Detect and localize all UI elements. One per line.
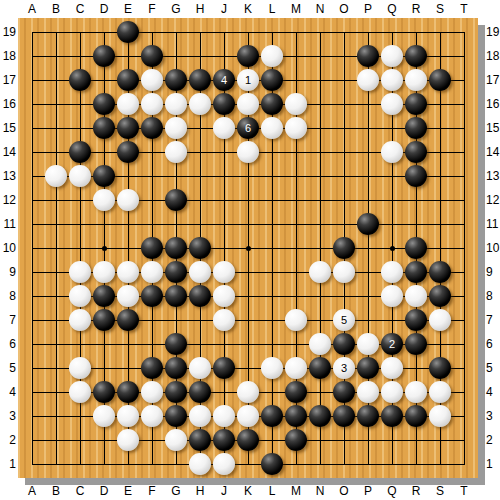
intersection-T15[interactable] xyxy=(452,116,476,140)
intersection-F9[interactable] xyxy=(140,260,164,284)
intersection-M2[interactable] xyxy=(284,428,308,452)
intersection-B14[interactable] xyxy=(44,140,68,164)
intersection-O6[interactable] xyxy=(332,332,356,356)
intersection-N14[interactable] xyxy=(308,140,332,164)
intersection-K15[interactable]: 6 xyxy=(236,116,260,140)
intersection-P3[interactable] xyxy=(356,404,380,428)
intersection-B3[interactable] xyxy=(44,404,68,428)
intersection-J19[interactable] xyxy=(212,20,236,44)
intersection-T12[interactable] xyxy=(452,188,476,212)
intersection-N4[interactable] xyxy=(308,380,332,404)
intersection-N8[interactable] xyxy=(308,284,332,308)
intersection-H8[interactable] xyxy=(188,284,212,308)
intersection-N3[interactable] xyxy=(308,404,332,428)
intersection-S10[interactable] xyxy=(428,236,452,260)
intersection-F10[interactable] xyxy=(140,236,164,260)
intersection-K18[interactable] xyxy=(236,44,260,68)
intersection-Q12[interactable] xyxy=(380,188,404,212)
intersection-A10[interactable] xyxy=(20,236,44,260)
intersection-Q3[interactable] xyxy=(380,404,404,428)
intersection-E8[interactable] xyxy=(116,284,140,308)
intersection-P5[interactable] xyxy=(356,356,380,380)
intersection-H10[interactable] xyxy=(188,236,212,260)
intersection-Q10[interactable] xyxy=(380,236,404,260)
intersection-E1[interactable] xyxy=(116,452,140,476)
intersection-P7[interactable] xyxy=(356,308,380,332)
intersection-A11[interactable] xyxy=(20,212,44,236)
intersection-O16[interactable] xyxy=(332,92,356,116)
intersection-T9[interactable] xyxy=(452,260,476,284)
intersection-D19[interactable] xyxy=(92,20,116,44)
intersection-D8[interactable] xyxy=(92,284,116,308)
intersection-J9[interactable] xyxy=(212,260,236,284)
intersection-T6[interactable] xyxy=(452,332,476,356)
intersection-Q13[interactable] xyxy=(380,164,404,188)
intersection-J16[interactable] xyxy=(212,92,236,116)
intersection-C17[interactable] xyxy=(68,68,92,92)
intersection-L1[interactable] xyxy=(260,452,284,476)
intersection-C2[interactable] xyxy=(68,428,92,452)
intersection-N7[interactable] xyxy=(308,308,332,332)
intersection-O1[interactable] xyxy=(332,452,356,476)
intersection-G12[interactable] xyxy=(164,188,188,212)
intersection-O4[interactable] xyxy=(332,380,356,404)
intersection-J12[interactable] xyxy=(212,188,236,212)
intersection-L4[interactable] xyxy=(260,380,284,404)
intersection-N19[interactable] xyxy=(308,20,332,44)
intersection-M17[interactable] xyxy=(284,68,308,92)
intersection-R12[interactable] xyxy=(404,188,428,212)
intersection-H4[interactable] xyxy=(188,380,212,404)
intersection-R13[interactable] xyxy=(404,164,428,188)
intersection-L7[interactable] xyxy=(260,308,284,332)
intersection-O13[interactable] xyxy=(332,164,356,188)
intersection-O10[interactable] xyxy=(332,236,356,260)
intersection-F8[interactable] xyxy=(140,284,164,308)
intersection-E9[interactable] xyxy=(116,260,140,284)
intersection-E7[interactable] xyxy=(116,308,140,332)
intersection-F17[interactable] xyxy=(140,68,164,92)
intersection-H14[interactable] xyxy=(188,140,212,164)
intersection-R11[interactable] xyxy=(404,212,428,236)
intersection-T16[interactable] xyxy=(452,92,476,116)
intersection-E18[interactable] xyxy=(116,44,140,68)
intersection-A12[interactable] xyxy=(20,188,44,212)
intersection-J17[interactable]: 4 xyxy=(212,68,236,92)
intersection-N16[interactable] xyxy=(308,92,332,116)
intersection-F5[interactable] xyxy=(140,356,164,380)
intersection-C16[interactable] xyxy=(68,92,92,116)
intersection-O17[interactable] xyxy=(332,68,356,92)
intersection-T4[interactable] xyxy=(452,380,476,404)
intersection-D16[interactable] xyxy=(92,92,116,116)
intersection-G8[interactable] xyxy=(164,284,188,308)
intersection-S3[interactable] xyxy=(428,404,452,428)
intersection-Q18[interactable] xyxy=(380,44,404,68)
intersection-C8[interactable] xyxy=(68,284,92,308)
intersection-G3[interactable] xyxy=(164,404,188,428)
intersection-F1[interactable] xyxy=(140,452,164,476)
intersection-R2[interactable] xyxy=(404,428,428,452)
intersection-M14[interactable] xyxy=(284,140,308,164)
intersection-D1[interactable] xyxy=(92,452,116,476)
intersection-D15[interactable] xyxy=(92,116,116,140)
intersection-R16[interactable] xyxy=(404,92,428,116)
intersection-Q4[interactable] xyxy=(380,380,404,404)
intersection-T3[interactable] xyxy=(452,404,476,428)
intersection-Q8[interactable] xyxy=(380,284,404,308)
intersection-G19[interactable] xyxy=(164,20,188,44)
intersection-D11[interactable] xyxy=(92,212,116,236)
intersection-P15[interactable] xyxy=(356,116,380,140)
intersection-P8[interactable] xyxy=(356,284,380,308)
intersection-E14[interactable] xyxy=(116,140,140,164)
intersection-N17[interactable] xyxy=(308,68,332,92)
intersection-D18[interactable] xyxy=(92,44,116,68)
intersection-E15[interactable] xyxy=(116,116,140,140)
intersection-L10[interactable] xyxy=(260,236,284,260)
intersection-S11[interactable] xyxy=(428,212,452,236)
intersection-S18[interactable] xyxy=(428,44,452,68)
intersection-H7[interactable] xyxy=(188,308,212,332)
intersection-M13[interactable] xyxy=(284,164,308,188)
intersection-J10[interactable] xyxy=(212,236,236,260)
intersection-S17[interactable] xyxy=(428,68,452,92)
intersection-R15[interactable] xyxy=(404,116,428,140)
intersection-L15[interactable] xyxy=(260,116,284,140)
intersection-G1[interactable] xyxy=(164,452,188,476)
intersection-P11[interactable] xyxy=(356,212,380,236)
intersection-P13[interactable] xyxy=(356,164,380,188)
intersection-Q1[interactable] xyxy=(380,452,404,476)
intersection-S1[interactable] xyxy=(428,452,452,476)
intersection-R1[interactable] xyxy=(404,452,428,476)
intersection-Q16[interactable] xyxy=(380,92,404,116)
intersection-M6[interactable] xyxy=(284,332,308,356)
intersection-K3[interactable] xyxy=(236,404,260,428)
intersection-R19[interactable] xyxy=(404,20,428,44)
intersection-K17[interactable]: 1 xyxy=(236,68,260,92)
intersection-D6[interactable] xyxy=(92,332,116,356)
intersection-S14[interactable] xyxy=(428,140,452,164)
intersection-A9[interactable] xyxy=(20,260,44,284)
intersection-H15[interactable] xyxy=(188,116,212,140)
intersection-O5[interactable]: 3 xyxy=(332,356,356,380)
intersection-E17[interactable] xyxy=(116,68,140,92)
intersection-C6[interactable] xyxy=(68,332,92,356)
intersection-Q11[interactable] xyxy=(380,212,404,236)
intersection-O11[interactable] xyxy=(332,212,356,236)
intersection-G17[interactable] xyxy=(164,68,188,92)
intersection-K7[interactable] xyxy=(236,308,260,332)
intersection-F19[interactable] xyxy=(140,20,164,44)
intersection-E10[interactable] xyxy=(116,236,140,260)
intersection-P16[interactable] xyxy=(356,92,380,116)
intersection-A19[interactable] xyxy=(20,20,44,44)
intersection-G7[interactable] xyxy=(164,308,188,332)
intersection-J6[interactable] xyxy=(212,332,236,356)
intersection-M5[interactable] xyxy=(284,356,308,380)
intersection-A2[interactable] xyxy=(20,428,44,452)
intersection-R10[interactable] xyxy=(404,236,428,260)
intersection-A14[interactable] xyxy=(20,140,44,164)
intersection-D14[interactable] xyxy=(92,140,116,164)
intersection-P4[interactable] xyxy=(356,380,380,404)
intersection-M7[interactable] xyxy=(284,308,308,332)
intersection-F11[interactable] xyxy=(140,212,164,236)
intersection-O15[interactable] xyxy=(332,116,356,140)
intersection-Q7[interactable] xyxy=(380,308,404,332)
intersection-B17[interactable] xyxy=(44,68,68,92)
intersection-B2[interactable] xyxy=(44,428,68,452)
intersection-C11[interactable] xyxy=(68,212,92,236)
intersection-J1[interactable] xyxy=(212,452,236,476)
intersection-T10[interactable] xyxy=(452,236,476,260)
intersection-R8[interactable] xyxy=(404,284,428,308)
intersection-E6[interactable] xyxy=(116,332,140,356)
intersection-C13[interactable] xyxy=(68,164,92,188)
intersection-O7[interactable]: 5 xyxy=(332,308,356,332)
intersection-J8[interactable] xyxy=(212,284,236,308)
intersection-C18[interactable] xyxy=(68,44,92,68)
intersection-G10[interactable] xyxy=(164,236,188,260)
intersection-J4[interactable] xyxy=(212,380,236,404)
intersection-L18[interactable] xyxy=(260,44,284,68)
intersection-K9[interactable] xyxy=(236,260,260,284)
intersection-E12[interactable] xyxy=(116,188,140,212)
intersection-L6[interactable] xyxy=(260,332,284,356)
intersection-P12[interactable] xyxy=(356,188,380,212)
intersection-O18[interactable] xyxy=(332,44,356,68)
intersection-M1[interactable] xyxy=(284,452,308,476)
intersection-E11[interactable] xyxy=(116,212,140,236)
intersection-F15[interactable] xyxy=(140,116,164,140)
intersection-S5[interactable] xyxy=(428,356,452,380)
intersection-J18[interactable] xyxy=(212,44,236,68)
intersection-H16[interactable] xyxy=(188,92,212,116)
intersection-A17[interactable] xyxy=(20,68,44,92)
intersection-D4[interactable] xyxy=(92,380,116,404)
intersection-M3[interactable] xyxy=(284,404,308,428)
intersection-B15[interactable] xyxy=(44,116,68,140)
intersection-O19[interactable] xyxy=(332,20,356,44)
intersection-J11[interactable] xyxy=(212,212,236,236)
intersection-C3[interactable] xyxy=(68,404,92,428)
intersection-N5[interactable] xyxy=(308,356,332,380)
intersection-J15[interactable] xyxy=(212,116,236,140)
intersection-L13[interactable] xyxy=(260,164,284,188)
intersection-O3[interactable] xyxy=(332,404,356,428)
intersection-E2[interactable] xyxy=(116,428,140,452)
intersection-J3[interactable] xyxy=(212,404,236,428)
intersection-P10[interactable] xyxy=(356,236,380,260)
intersection-E4[interactable] xyxy=(116,380,140,404)
intersection-A8[interactable] xyxy=(20,284,44,308)
intersection-B8[interactable] xyxy=(44,284,68,308)
intersection-E5[interactable] xyxy=(116,356,140,380)
intersection-C15[interactable] xyxy=(68,116,92,140)
intersection-G2[interactable] xyxy=(164,428,188,452)
intersection-T14[interactable] xyxy=(452,140,476,164)
intersection-N11[interactable] xyxy=(308,212,332,236)
intersection-S13[interactable] xyxy=(428,164,452,188)
intersection-G6[interactable] xyxy=(164,332,188,356)
intersection-F6[interactable] xyxy=(140,332,164,356)
intersection-S12[interactable] xyxy=(428,188,452,212)
intersection-H1[interactable] xyxy=(188,452,212,476)
intersection-P6[interactable] xyxy=(356,332,380,356)
intersection-D7[interactable] xyxy=(92,308,116,332)
intersection-S2[interactable] xyxy=(428,428,452,452)
intersection-Q2[interactable] xyxy=(380,428,404,452)
intersection-O14[interactable] xyxy=(332,140,356,164)
intersection-B11[interactable] xyxy=(44,212,68,236)
intersection-Q6[interactable]: 2 xyxy=(380,332,404,356)
intersection-S15[interactable] xyxy=(428,116,452,140)
intersection-J7[interactable] xyxy=(212,308,236,332)
intersection-H13[interactable] xyxy=(188,164,212,188)
intersection-H3[interactable] xyxy=(188,404,212,428)
intersection-G14[interactable] xyxy=(164,140,188,164)
intersection-S7[interactable] xyxy=(428,308,452,332)
intersection-M16[interactable] xyxy=(284,92,308,116)
intersection-G15[interactable] xyxy=(164,116,188,140)
intersection-T5[interactable] xyxy=(452,356,476,380)
intersection-P9[interactable] xyxy=(356,260,380,284)
intersection-Q15[interactable] xyxy=(380,116,404,140)
intersection-D13[interactable] xyxy=(92,164,116,188)
intersection-K19[interactable] xyxy=(236,20,260,44)
intersection-H18[interactable] xyxy=(188,44,212,68)
intersection-G13[interactable] xyxy=(164,164,188,188)
intersection-C1[interactable] xyxy=(68,452,92,476)
intersection-L2[interactable] xyxy=(260,428,284,452)
intersection-C12[interactable] xyxy=(68,188,92,212)
intersection-T8[interactable] xyxy=(452,284,476,308)
intersection-K2[interactable] xyxy=(236,428,260,452)
intersection-L9[interactable] xyxy=(260,260,284,284)
intersection-N15[interactable] xyxy=(308,116,332,140)
intersection-B7[interactable] xyxy=(44,308,68,332)
intersection-R18[interactable] xyxy=(404,44,428,68)
intersection-B19[interactable] xyxy=(44,20,68,44)
intersection-G4[interactable] xyxy=(164,380,188,404)
intersection-F4[interactable] xyxy=(140,380,164,404)
intersection-F16[interactable] xyxy=(140,92,164,116)
intersection-C9[interactable] xyxy=(68,260,92,284)
intersection-K14[interactable] xyxy=(236,140,260,164)
intersection-K5[interactable] xyxy=(236,356,260,380)
intersection-Q17[interactable] xyxy=(380,68,404,92)
intersection-A5[interactable] xyxy=(20,356,44,380)
intersection-O2[interactable] xyxy=(332,428,356,452)
intersection-P2[interactable] xyxy=(356,428,380,452)
intersection-N2[interactable] xyxy=(308,428,332,452)
intersection-A3[interactable] xyxy=(20,404,44,428)
intersection-S9[interactable] xyxy=(428,260,452,284)
intersection-C10[interactable] xyxy=(68,236,92,260)
intersection-B10[interactable] xyxy=(44,236,68,260)
intersection-T17[interactable] xyxy=(452,68,476,92)
intersection-M4[interactable] xyxy=(284,380,308,404)
intersection-E13[interactable] xyxy=(116,164,140,188)
intersection-S4[interactable] xyxy=(428,380,452,404)
intersection-P19[interactable] xyxy=(356,20,380,44)
intersection-N10[interactable] xyxy=(308,236,332,260)
intersection-L8[interactable] xyxy=(260,284,284,308)
intersection-B9[interactable] xyxy=(44,260,68,284)
intersection-P1[interactable] xyxy=(356,452,380,476)
intersection-E16[interactable] xyxy=(116,92,140,116)
intersection-B1[interactable] xyxy=(44,452,68,476)
intersection-K10[interactable] xyxy=(236,236,260,260)
intersection-G18[interactable] xyxy=(164,44,188,68)
intersection-L12[interactable] xyxy=(260,188,284,212)
intersection-Q14[interactable] xyxy=(380,140,404,164)
intersection-L16[interactable] xyxy=(260,92,284,116)
intersection-H5[interactable] xyxy=(188,356,212,380)
intersection-G16[interactable] xyxy=(164,92,188,116)
intersection-O9[interactable] xyxy=(332,260,356,284)
intersection-K1[interactable] xyxy=(236,452,260,476)
intersection-M19[interactable] xyxy=(284,20,308,44)
intersection-R14[interactable] xyxy=(404,140,428,164)
intersection-P18[interactable] xyxy=(356,44,380,68)
intersection-N6[interactable] xyxy=(308,332,332,356)
intersection-D2[interactable] xyxy=(92,428,116,452)
intersection-D12[interactable] xyxy=(92,188,116,212)
intersection-J5[interactable] xyxy=(212,356,236,380)
intersection-T13[interactable] xyxy=(452,164,476,188)
intersection-R4[interactable] xyxy=(404,380,428,404)
intersection-R5[interactable] xyxy=(404,356,428,380)
intersection-K11[interactable] xyxy=(236,212,260,236)
intersection-N9[interactable] xyxy=(308,260,332,284)
intersection-H2[interactable] xyxy=(188,428,212,452)
intersection-R9[interactable] xyxy=(404,260,428,284)
intersection-M9[interactable] xyxy=(284,260,308,284)
intersection-P17[interactable] xyxy=(356,68,380,92)
intersection-J2[interactable] xyxy=(212,428,236,452)
intersection-F14[interactable] xyxy=(140,140,164,164)
intersection-O8[interactable] xyxy=(332,284,356,308)
intersection-H19[interactable] xyxy=(188,20,212,44)
intersection-B16[interactable] xyxy=(44,92,68,116)
intersection-L14[interactable] xyxy=(260,140,284,164)
intersection-M15[interactable] xyxy=(284,116,308,140)
intersection-S8[interactable] xyxy=(428,284,452,308)
intersection-A4[interactable] xyxy=(20,380,44,404)
intersection-F3[interactable] xyxy=(140,404,164,428)
intersection-S19[interactable] xyxy=(428,20,452,44)
intersection-J14[interactable] xyxy=(212,140,236,164)
intersection-K6[interactable] xyxy=(236,332,260,356)
intersection-B4[interactable] xyxy=(44,380,68,404)
intersection-K8[interactable] xyxy=(236,284,260,308)
intersection-E19[interactable] xyxy=(116,20,140,44)
intersection-T2[interactable] xyxy=(452,428,476,452)
intersection-O12[interactable] xyxy=(332,188,356,212)
intersection-M12[interactable] xyxy=(284,188,308,212)
intersection-K16[interactable] xyxy=(236,92,260,116)
intersection-B13[interactable] xyxy=(44,164,68,188)
intersection-R7[interactable] xyxy=(404,308,428,332)
intersection-H17[interactable] xyxy=(188,68,212,92)
intersection-D17[interactable] xyxy=(92,68,116,92)
intersection-S16[interactable] xyxy=(428,92,452,116)
intersection-J13[interactable] xyxy=(212,164,236,188)
intersection-Q5[interactable] xyxy=(380,356,404,380)
